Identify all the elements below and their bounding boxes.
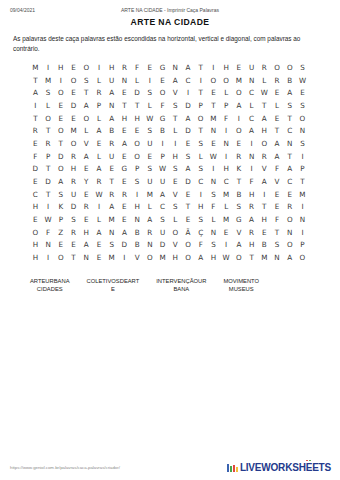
grid-cell[interactable]: W [156,162,169,175]
grid-cell[interactable]: F [245,175,258,188]
grid-cell[interactable]: E [233,61,246,74]
grid-cell[interactable]: M [143,188,156,201]
grid-cell[interactable]: O [67,137,80,150]
grid-cell[interactable]: A [233,99,246,112]
grid-cell[interactable]: T [169,112,182,125]
grid-cell[interactable]: E [93,251,106,264]
grid-cell[interactable]: A [54,175,67,188]
grid-cell[interactable]: E [118,175,131,188]
grid-cell[interactable]: R [118,188,131,201]
grid-cell[interactable]: E [182,188,195,201]
grid-cell[interactable]: F [207,200,220,213]
grid-cell[interactable]: E [105,162,118,175]
grid-cell[interactable]: W [220,251,233,264]
grid-cell[interactable]: E [207,86,220,99]
grid-cell[interactable]: B [283,74,296,87]
grid-cell[interactable]: I [220,150,233,163]
grid-cell[interactable]: A [182,112,195,125]
grid-cell[interactable]: L [169,213,182,226]
grid-cell[interactable]: S [143,124,156,137]
grid-cell[interactable]: A [118,137,131,150]
grid-cell[interactable]: E [54,238,67,251]
grid-cell[interactable]: W [207,150,220,163]
grid-cell[interactable]: O [156,86,169,99]
grid-cell[interactable]: U [156,175,169,188]
grid-cell[interactable]: F [156,99,169,112]
grid-cell[interactable]: N [118,74,131,87]
grid-cell[interactable]: U [67,188,80,201]
grid-cell[interactable]: A [105,112,118,125]
grid-cell[interactable]: R [283,200,296,213]
grid-cell[interactable]: V [80,137,93,150]
grid-cell[interactable]: A [245,124,258,137]
grid-cell[interactable]: A [105,200,118,213]
grid-cell[interactable]: W [42,213,55,226]
grid-cell[interactable]: N [245,74,258,87]
grid-cell[interactable]: M [105,251,118,264]
grid-cell[interactable]: T [80,86,93,99]
grid-cell[interactable]: A [93,162,106,175]
grid-cell[interactable]: N [42,238,55,251]
grid-cell[interactable]: O [54,124,67,137]
grid-cell[interactable]: Ã [182,226,195,239]
grid-cell[interactable]: S [194,137,207,150]
grid-cell[interactable]: A [283,86,296,99]
grid-cell[interactable]: V [131,251,144,264]
grid-cell[interactable]: I [118,251,131,264]
grid-cell[interactable]: U [105,74,118,87]
grid-cell[interactable]: G [118,162,131,175]
grid-cell[interactable]: L [271,99,284,112]
grid-cell[interactable]: T [42,124,55,137]
grid-cell[interactable]: I [207,162,220,175]
grid-cell[interactable]: K [233,162,246,175]
grid-cell[interactable]: E [118,200,131,213]
grid-cell[interactable]: E [54,99,67,112]
grid-cell[interactable]: I [194,188,207,201]
grid-cell[interactable]: D [156,238,169,251]
grid-cell[interactable]: A [182,61,195,74]
grid-cell[interactable]: H [118,112,131,125]
grid-cell[interactable]: P [194,99,207,112]
grid-cell[interactable]: A [283,251,296,264]
grid-cell[interactable]: A [80,99,93,112]
grid-cell[interactable]: N [80,251,93,264]
grid-cell[interactable]: L [143,200,156,213]
grid-cell[interactable]: E [67,238,80,251]
grid-cell[interactable]: A [258,175,271,188]
grid-cell[interactable]: H [29,251,42,264]
grid-cell[interactable]: I [93,200,106,213]
grid-cell[interactable]: I [220,238,233,251]
grid-cell[interactable]: C [283,175,296,188]
grid-cell[interactable]: H [169,251,182,264]
grid-cell[interactable]: D [182,175,195,188]
grid-cell[interactable]: S [169,162,182,175]
grid-cell[interactable]: T [194,61,207,74]
grid-cell[interactable]: T [258,99,271,112]
grid-cell[interactable]: D [131,86,144,99]
grid-cell[interactable]: K [54,200,67,213]
grid-cell[interactable]: E [54,112,67,125]
grid-cell[interactable]: H [54,61,67,74]
grid-cell[interactable]: O [283,61,296,74]
grid-cell[interactable]: O [131,150,144,163]
grid-cell[interactable]: R [245,200,258,213]
grid-cell[interactable]: I [182,86,195,99]
grid-cell[interactable]: O [258,137,271,150]
grid-cell[interactable]: C [194,175,207,188]
grid-cell[interactable]: A [194,251,207,264]
grid-cell[interactable]: D [118,238,131,251]
grid-cell[interactable]: O [233,251,246,264]
grid-cell[interactable]: U [143,175,156,188]
grid-cell[interactable]: D [29,162,42,175]
grid-cell[interactable]: L [258,74,271,87]
grid-cell[interactable]: A [182,162,195,175]
grid-cell[interactable]: H [220,162,233,175]
grid-cell[interactable]: E [118,124,131,137]
grid-cell[interactable]: E [80,188,93,201]
grid-cell[interactable]: I [220,124,233,137]
grid-cell[interactable]: E [169,175,182,188]
grid-cell[interactable]: C [182,74,195,87]
grid-cell[interactable]: S [296,137,309,150]
grid-cell[interactable]: E [207,137,220,150]
grid-cell[interactable]: A [143,213,156,226]
grid-cell[interactable]: E [67,112,80,125]
grid-cell[interactable]: F [131,61,144,74]
grid-cell[interactable]: O [54,162,67,175]
grid-cell[interactable]: N [207,175,220,188]
grid-cell[interactable]: O [80,61,93,74]
grid-cell[interactable]: O [283,238,296,251]
grid-cell[interactable]: R [67,150,80,163]
grid-cell[interactable]: S [271,238,284,251]
grid-cell[interactable]: P [296,162,309,175]
grid-cell[interactable]: T [67,251,80,264]
grid-cell[interactable]: N [207,226,220,239]
grid-cell[interactable]: L [194,150,207,163]
grid-cell[interactable]: F [271,213,284,226]
grid-cell[interactable]: V [271,175,284,188]
grid-cell[interactable]: L [80,124,93,137]
grid-cell[interactable]: E [271,112,284,125]
grid-cell[interactable]: C [156,200,169,213]
grid-cell[interactable]: N [245,150,258,163]
grid-cell[interactable]: E [93,137,106,150]
grid-cell[interactable]: T [245,251,258,264]
grid-cell[interactable]: F [220,112,233,125]
grid-cell[interactable]: O [207,74,220,87]
grid-cell[interactable]: L [220,200,233,213]
grid-cell[interactable]: L [93,150,106,163]
grid-cell[interactable]: I [54,74,67,87]
grid-cell[interactable]: N [283,226,296,239]
grid-cell[interactable]: L [220,86,233,99]
grid-cell[interactable]: F [42,226,55,239]
grid-cell[interactable]: E [143,150,156,163]
grid-cell[interactable]: O [131,137,144,150]
grid-cell[interactable]: P [296,238,309,251]
grid-cell[interactable]: D [67,99,80,112]
grid-cell[interactable]: S [233,200,246,213]
grid-cell[interactable]: S [169,200,182,213]
grid-cell[interactable]: T [271,226,284,239]
grid-cell[interactable]: M [258,251,271,264]
grid-cell[interactable]: L [143,99,156,112]
grid-cell[interactable]: T [29,112,42,125]
grid-cell[interactable]: W [296,74,309,87]
grid-cell[interactable]: O [182,238,195,251]
grid-cell[interactable]: M [42,74,55,87]
grid-cell[interactable]: N [169,61,182,74]
grid-cell[interactable]: A [156,188,169,201]
grid-cell[interactable]: S [194,213,207,226]
grid-cell[interactable]: E [67,86,80,99]
grid-cell[interactable]: P [93,99,106,112]
grid-cell[interactable]: S [169,99,182,112]
grid-cell[interactable]: O [182,251,195,264]
grid-cell[interactable]: T [42,162,55,175]
grid-cell[interactable]: S [105,238,118,251]
grid-cell[interactable]: E [29,137,42,150]
grid-cell[interactable]: V [169,86,182,99]
grid-cell[interactable]: L [93,74,106,87]
grid-cell[interactable]: E [93,238,106,251]
grid-cell[interactable]: I [131,188,144,201]
grid-cell[interactable]: T [54,137,67,150]
grid-cell[interactable]: R [118,61,131,74]
grid-cell[interactable]: I [29,99,42,112]
grid-cell[interactable]: E [29,175,42,188]
grid-cell[interactable]: T [207,99,220,112]
grid-cell[interactable]: E [118,150,131,163]
grid-cell[interactable]: U [156,226,169,239]
grid-cell[interactable]: S [182,150,195,163]
grid-cell[interactable]: O [296,251,309,264]
grid-cell[interactable]: W [93,188,106,201]
grid-cell[interactable]: T [29,74,42,87]
grid-cell[interactable]: E [233,137,246,150]
grid-cell[interactable]: N [220,137,233,150]
grid-cell[interactable]: Z [54,226,67,239]
grid-cell[interactable]: N [207,124,220,137]
grid-cell[interactable]: I [42,200,55,213]
grid-cell[interactable]: H [131,200,144,213]
grid-cell[interactable]: H [67,162,80,175]
grid-cell[interactable]: R [42,137,55,150]
grid-cell[interactable]: B [233,188,246,201]
grid-cell[interactable]: A [283,162,296,175]
grid-cell[interactable]: O [283,213,296,226]
grid-cell[interactable]: E [131,124,144,137]
grid-cell[interactable]: E [67,61,80,74]
grid-cell[interactable]: M [29,61,42,74]
grid-cell[interactable]: S [207,238,220,251]
grid-cell[interactable]: R [245,226,258,239]
grid-cell[interactable]: M [296,188,309,201]
grid-cell[interactable]: E [271,188,284,201]
grid-cell[interactable]: I [42,61,55,74]
grid-cell[interactable]: A [93,226,106,239]
grid-cell[interactable]: O [143,251,156,264]
grid-cell[interactable]: E [29,213,42,226]
grid-cell[interactable]: H [245,238,258,251]
grid-cell[interactable]: L [207,213,220,226]
grid-cell[interactable]: R [29,124,42,137]
grid-cell[interactable]: G [156,61,169,74]
grid-cell[interactable]: G [233,213,246,226]
grid-cell[interactable]: O [296,112,309,125]
grid-cell[interactable]: N [105,99,118,112]
grid-cell[interactable]: M [67,124,80,137]
grid-cell[interactable]: Y [80,175,93,188]
grid-cell[interactable]: L [42,99,55,112]
grid-cell[interactable]: O [67,74,80,87]
grid-cell[interactable]: N [283,137,296,150]
grid-cell[interactable]: A [105,86,118,99]
grid-cell[interactable]: T [271,124,284,137]
grid-cell[interactable]: A [80,150,93,163]
grid-cell[interactable]: A [29,86,42,99]
grid-cell[interactable]: R [80,200,93,213]
grid-cell[interactable]: L [93,213,106,226]
grid-cell[interactable]: I [245,137,258,150]
grid-cell[interactable]: D [182,124,195,137]
grid-cell[interactable]: I [194,74,207,87]
grid-cell[interactable]: M [233,74,246,87]
grid-cell[interactable]: H [80,226,93,239]
grid-cell[interactable]: T [118,99,131,112]
grid-cell[interactable]: F [29,150,42,163]
grid-cell[interactable]: F [194,238,207,251]
grid-cell[interactable]: R [233,150,246,163]
grid-cell[interactable]: N [105,226,118,239]
grid-cell[interactable]: S [207,188,220,201]
grid-cell[interactable]: V [233,226,246,239]
grid-cell[interactable]: N [296,124,309,137]
grid-cell[interactable]: T [105,175,118,188]
grid-cell[interactable]: T [42,188,55,201]
grid-cell[interactable]: E [296,86,309,99]
grid-cell[interactable]: P [131,162,144,175]
grid-cell[interactable]: P [156,150,169,163]
grid-cell[interactable]: I [207,61,220,74]
grid-cell[interactable]: D [67,200,80,213]
grid-cell[interactable]: I [93,61,106,74]
grid-cell[interactable]: R [258,150,271,163]
grid-cell[interactable]: A [118,226,131,239]
grid-cell[interactable]: E [182,213,195,226]
grid-cell[interactable]: Ç [194,226,207,239]
grid-cell[interactable]: O [194,112,207,125]
grid-cell[interactable]: W [143,112,156,125]
grid-cell[interactable]: I [169,137,182,150]
grid-cell[interactable]: U [105,150,118,163]
grid-cell[interactable]: I [143,74,156,87]
grid-cell[interactable]: R [105,188,118,201]
grid-cell[interactable]: V [169,188,182,201]
grid-cell[interactable]: L [131,74,144,87]
grid-cell[interactable]: O [42,112,55,125]
grid-cell[interactable]: H [220,61,233,74]
grid-cell[interactable]: B [105,124,118,137]
grid-cell[interactable]: P [42,150,55,163]
grid-cell[interactable]: H [169,150,182,163]
grid-cell[interactable]: S [156,213,169,226]
grid-cell[interactable]: M [105,213,118,226]
grid-cell[interactable]: N [143,238,156,251]
grid-cell[interactable]: F [271,162,284,175]
grid-cell[interactable]: H [29,200,42,213]
grid-cell[interactable]: P [220,99,233,112]
grid-cell[interactable]: S [54,188,67,201]
grid-cell[interactable]: H [207,251,220,264]
grid-cell[interactable]: E [156,74,169,87]
grid-cell[interactable]: H [194,200,207,213]
grid-cell[interactable]: S [143,86,156,99]
grid-cell[interactable]: I [42,251,55,264]
grid-cell[interactable]: T [182,200,195,213]
grid-cell[interactable]: H [258,124,271,137]
grid-cell[interactable]: B [156,124,169,137]
grid-cell[interactable]: E [271,86,284,99]
grid-cell[interactable]: R [93,86,106,99]
grid-cell[interactable]: G [156,112,169,125]
grid-cell[interactable]: S [67,213,80,226]
grid-cell[interactable]: D [42,175,55,188]
grid-cell[interactable]: T [283,112,296,125]
grid-cell[interactable]: B [131,238,144,251]
grid-cell[interactable]: O [54,251,67,264]
grid-cell[interactable]: E [182,137,195,150]
grid-cell[interactable]: U [245,61,258,74]
grid-cell[interactable]: S [80,74,93,87]
grid-cell[interactable]: M [156,251,169,264]
grid-cell[interactable]: C [245,86,258,99]
grid-cell[interactable]: E [220,226,233,239]
grid-cell[interactable]: I [296,200,309,213]
grid-cell[interactable]: R [93,175,106,188]
grid-cell[interactable]: R [105,137,118,150]
grid-cell[interactable]: M [220,213,233,226]
grid-cell[interactable]: B [131,226,144,239]
grid-cell[interactable]: N [296,213,309,226]
grid-cell[interactable]: E [258,226,271,239]
grid-cell[interactable]: H [131,112,144,125]
grid-cell[interactable]: V [258,162,271,175]
grid-cell[interactable]: R [258,61,271,74]
grid-cell[interactable]: I [233,112,246,125]
grid-cell[interactable]: I [296,150,309,163]
grid-cell[interactable]: S [194,162,207,175]
grid-cell[interactable]: M [220,188,233,201]
grid-cell[interactable]: A [245,213,258,226]
grid-cell[interactable]: O [169,226,182,239]
grid-cell[interactable]: A [169,74,182,87]
grid-cell[interactable]: E [118,213,131,226]
grid-cell[interactable]: O [29,226,42,239]
grid-cell[interactable]: L [245,99,258,112]
grid-cell[interactable]: R [143,226,156,239]
grid-cell[interactable]: A [271,137,284,150]
grid-cell[interactable]: T [131,99,144,112]
grid-cell[interactable]: S [283,99,296,112]
grid-cell[interactable]: P [54,213,67,226]
grid-cell[interactable]: H [105,61,118,74]
grid-cell[interactable]: N [131,213,144,226]
